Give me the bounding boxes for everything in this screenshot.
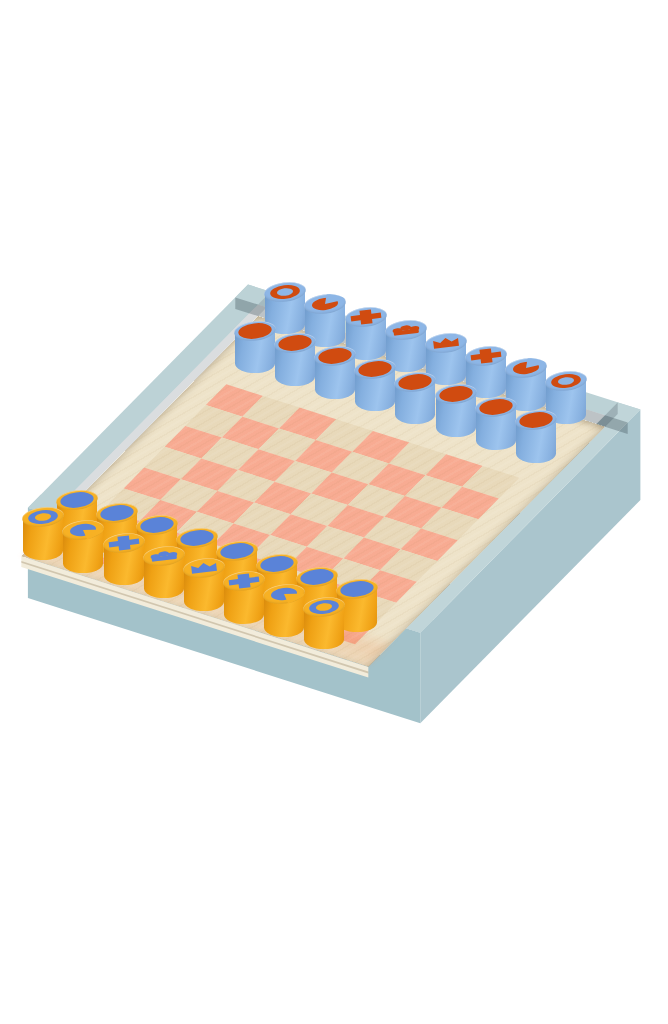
piece-blue-pawn[interactable] [355,349,395,413]
piece-blue-pawn[interactable] [275,323,315,387]
piece-yellow-rook[interactable] [23,497,63,561]
piece-blue-pawn[interactable] [395,362,435,426]
piece-yellow-bishop[interactable] [224,561,264,625]
piece-yellow-rook[interactable] [304,587,344,651]
piece-blue-pawn[interactable] [476,387,516,451]
piece-yellow-queen[interactable] [144,536,184,600]
product-photo-scene: Two-color wooden chess set in a light-bl… [0,0,668,1024]
piece-blue-pawn[interactable] [235,311,275,375]
piece-yellow-king[interactable] [184,548,224,612]
piece-yellow-knight[interactable] [264,574,304,638]
piece-blue-pawn[interactable] [315,336,355,400]
piece-yellow-bishop[interactable] [104,523,144,587]
piece-blue-pawn[interactable] [516,400,556,464]
piece-blue-pawn[interactable] [436,374,476,438]
piece-yellow-knight[interactable] [63,510,103,574]
